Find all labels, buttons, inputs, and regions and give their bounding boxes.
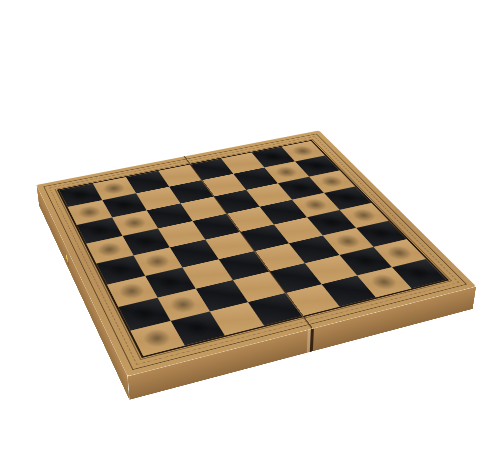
scene: ♜♞♝♛♚♝♞♜♟♟♟♟♟♟♟♟♟♟♟♟♟♟♟♟♜♞♝♛♚♝♞♜ [72,64,408,400]
brass-latch [66,253,69,265]
chess-board: ♜♞♝♛♚♝♞♜♟♟♟♟♟♟♟♟♟♟♟♟♟♟♟♟♜♞♝♛♚♝♞♜ [36,131,476,377]
product-photo: ♜♞♝♛♚♝♞♜♟♟♟♟♟♟♟♟♟♟♟♟♟♟♟♟♜♞♝♛♚♝♞♜ [0,0,500,474]
